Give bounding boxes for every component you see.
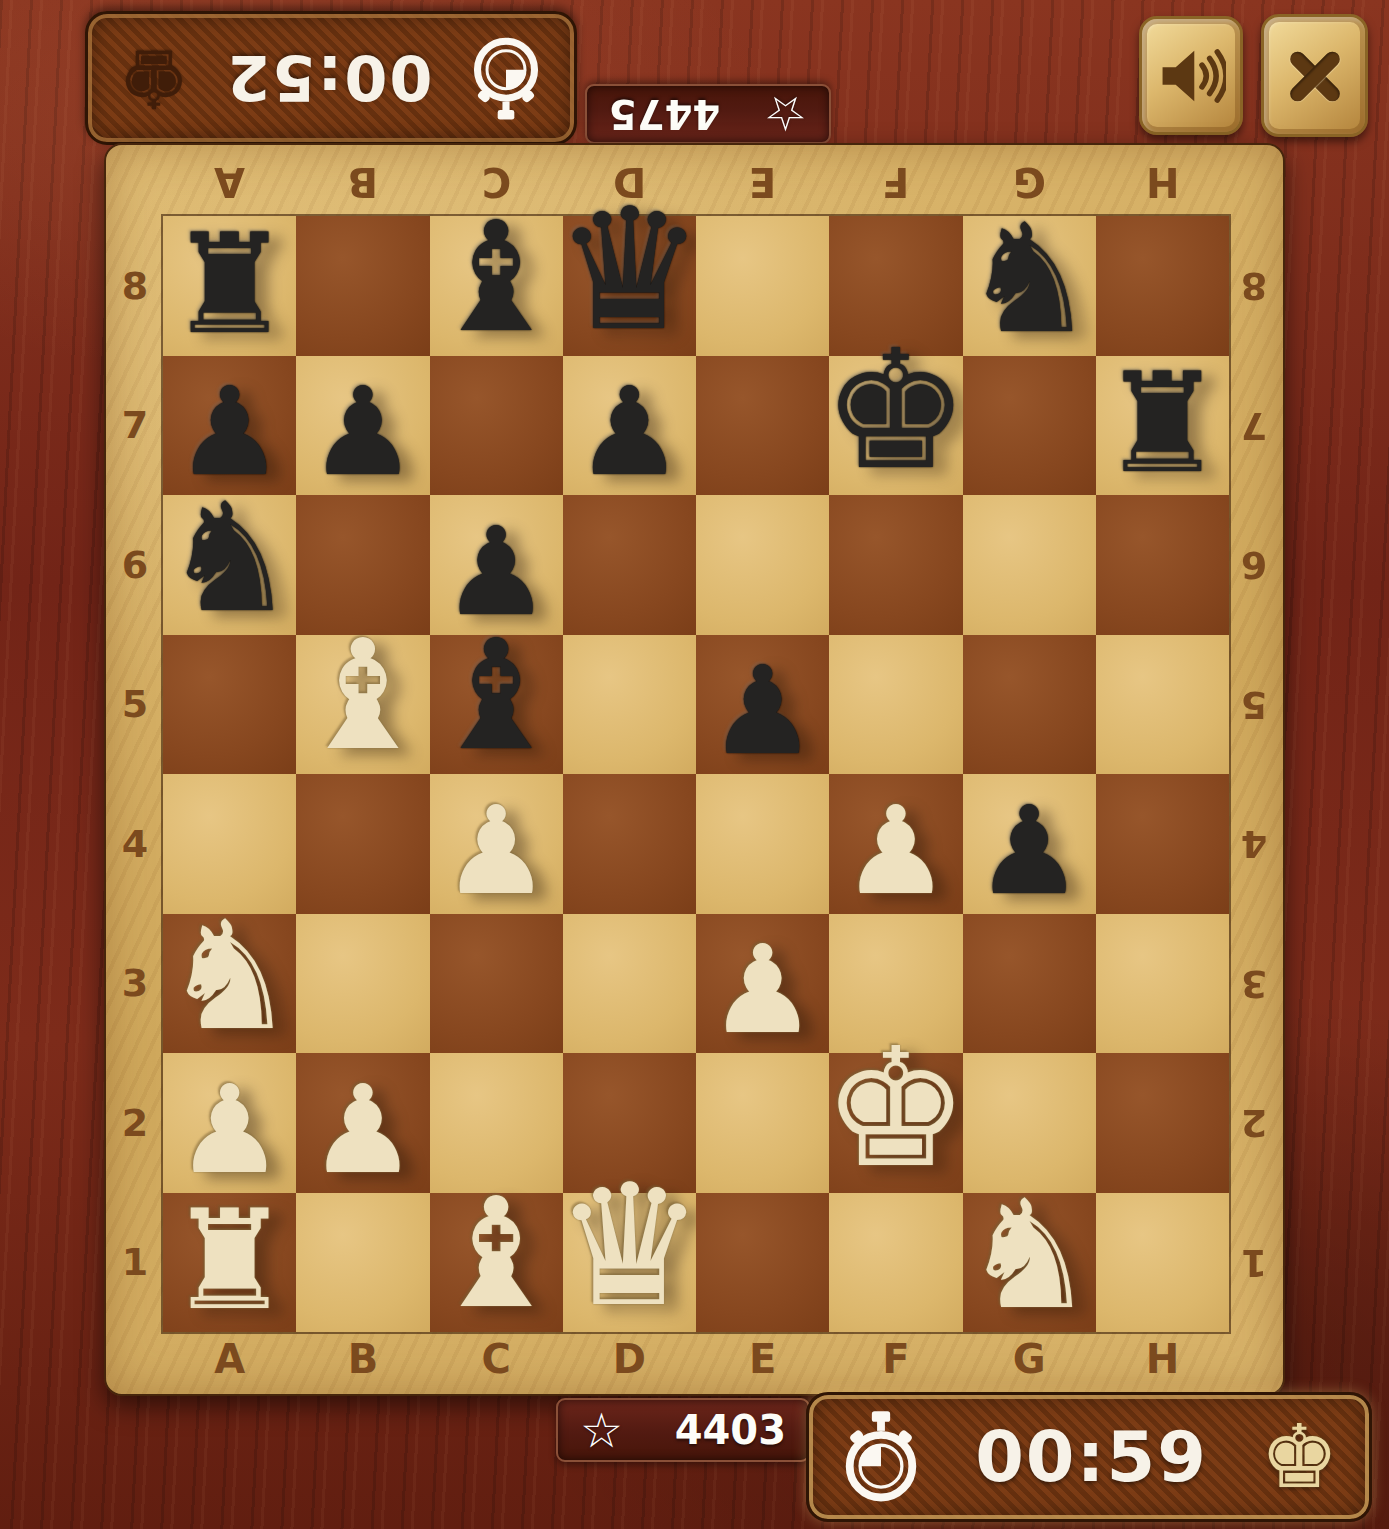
square-f1[interactable] bbox=[829, 1193, 962, 1333]
square-f2[interactable]: ♚ bbox=[829, 1053, 962, 1193]
square-h3[interactable] bbox=[1096, 914, 1229, 1054]
square-f4[interactable]: ♟ bbox=[829, 774, 962, 914]
piece-black-bishop[interactable]: ♝ bbox=[428, 620, 564, 772]
black-king-icon: ♚ bbox=[118, 38, 190, 118]
ranks-right: 87654321 bbox=[1232, 216, 1276, 1332]
square-b7[interactable]: ♟ bbox=[296, 356, 429, 496]
square-g7[interactable] bbox=[963, 356, 1096, 496]
piece-white-knight[interactable]: ♞ bbox=[962, 1180, 1096, 1330]
piece-black-pawn[interactable]: ♟ bbox=[308, 371, 417, 493]
piece-white-knight[interactable]: ♞ bbox=[162, 901, 296, 1051]
coord-label: 7 bbox=[113, 356, 157, 496]
piece-black-knight[interactable]: ♞ bbox=[162, 483, 296, 633]
square-h5[interactable] bbox=[1096, 635, 1229, 775]
coord-label: E bbox=[696, 1336, 829, 1382]
chess-board: ABCDEFGH ABCDEFGH 87654321 87654321 ♜♝♛♞… bbox=[104, 143, 1285, 1396]
white-king-icon: ♚ bbox=[1260, 1413, 1339, 1501]
coord-label: 5 bbox=[1232, 635, 1276, 775]
square-c7[interactable] bbox=[430, 356, 563, 496]
piece-black-rook[interactable]: ♜ bbox=[1101, 355, 1225, 493]
piece-black-rook[interactable]: ♜ bbox=[168, 216, 292, 354]
square-b2[interactable]: ♟ bbox=[296, 1053, 429, 1193]
piece-black-pawn[interactable]: ♟ bbox=[708, 650, 817, 772]
square-c4[interactable]: ♟ bbox=[430, 774, 563, 914]
chess-app-screen: { "game": "chess", "position": { "fen": … bbox=[0, 0, 1389, 1529]
piece-white-queen[interactable]: ♛ bbox=[554, 1162, 705, 1330]
coord-label: 4 bbox=[1232, 774, 1276, 914]
square-g1[interactable]: ♞ bbox=[963, 1193, 1096, 1333]
square-b8[interactable] bbox=[296, 216, 429, 356]
square-h6[interactable] bbox=[1096, 495, 1229, 635]
black-timer: 00:52 bbox=[225, 42, 432, 115]
square-c5[interactable]: ♝ bbox=[430, 635, 563, 775]
square-a1[interactable]: ♜ bbox=[163, 1193, 296, 1333]
coord-label: 2 bbox=[113, 1053, 157, 1193]
piece-white-bishop[interactable]: ♝ bbox=[428, 1178, 564, 1330]
coord-label: 5 bbox=[113, 635, 157, 775]
square-g6[interactable] bbox=[963, 495, 1096, 635]
coord-label: G bbox=[963, 1336, 1096, 1382]
coord-label: 6 bbox=[1232, 495, 1276, 635]
square-d4[interactable] bbox=[563, 774, 696, 914]
coord-label: 3 bbox=[1232, 914, 1276, 1054]
square-e4[interactable] bbox=[696, 774, 829, 914]
square-g4[interactable]: ♟ bbox=[963, 774, 1096, 914]
square-c8[interactable]: ♝ bbox=[430, 216, 563, 356]
square-d3[interactable] bbox=[563, 914, 696, 1054]
star-icon: ☆ bbox=[580, 1406, 623, 1454]
sound-button[interactable] bbox=[1139, 16, 1243, 135]
square-h2[interactable] bbox=[1096, 1053, 1229, 1193]
square-d5[interactable] bbox=[563, 635, 696, 775]
coord-label: A bbox=[163, 159, 296, 205]
coord-label: E bbox=[696, 159, 829, 205]
coord-label: 1 bbox=[1232, 1193, 1276, 1333]
square-b3[interactable] bbox=[296, 914, 429, 1054]
piece-black-queen[interactable]: ♛ bbox=[554, 186, 705, 354]
coord-label: C bbox=[430, 1336, 563, 1382]
black-rating-panel: ☆ 4475 bbox=[585, 84, 831, 144]
square-d1[interactable]: ♛ bbox=[563, 1193, 696, 1333]
square-g5[interactable] bbox=[963, 635, 1096, 775]
square-g8[interactable]: ♞ bbox=[963, 216, 1096, 356]
coord-label: 8 bbox=[1232, 216, 1276, 356]
piece-white-pawn[interactable]: ♟ bbox=[708, 929, 817, 1051]
square-c1[interactable]: ♝ bbox=[430, 1193, 563, 1333]
piece-black-pawn[interactable]: ♟ bbox=[575, 371, 684, 493]
piece-black-king[interactable]: ♚ bbox=[822, 329, 969, 493]
piece-black-knight[interactable]: ♞ bbox=[962, 204, 1096, 354]
piece-white-rook[interactable]: ♜ bbox=[168, 1192, 292, 1330]
coord-label: B bbox=[296, 1336, 429, 1382]
piece-white-pawn[interactable]: ♟ bbox=[441, 790, 550, 912]
square-b4[interactable] bbox=[296, 774, 429, 914]
coord-label: 3 bbox=[113, 914, 157, 1054]
close-x-icon bbox=[1282, 43, 1348, 109]
square-f5[interactable] bbox=[829, 635, 962, 775]
square-d6[interactable] bbox=[563, 495, 696, 635]
coord-label: B bbox=[296, 159, 429, 205]
square-g3[interactable] bbox=[963, 914, 1096, 1054]
coord-label: 7 bbox=[1232, 356, 1276, 496]
square-a8[interactable]: ♜ bbox=[163, 216, 296, 356]
square-e1[interactable] bbox=[696, 1193, 829, 1333]
coord-label: 2 bbox=[1232, 1053, 1276, 1193]
white-timer: 00:59 bbox=[975, 1416, 1208, 1498]
black-rating: 4475 bbox=[609, 91, 720, 137]
piece-white-king[interactable]: ♚ bbox=[822, 1027, 969, 1191]
stopwatch-icon bbox=[839, 1410, 923, 1504]
square-b1[interactable] bbox=[296, 1193, 429, 1333]
coord-label: 8 bbox=[113, 216, 157, 356]
coord-label: 6 bbox=[113, 495, 157, 635]
square-e3[interactable]: ♟ bbox=[696, 914, 829, 1054]
square-d7[interactable]: ♟ bbox=[563, 356, 696, 496]
piece-white-bishop[interactable]: ♝ bbox=[295, 620, 431, 772]
coord-label: 1 bbox=[113, 1193, 157, 1333]
coord-label: F bbox=[829, 1336, 962, 1382]
stopwatch-icon bbox=[468, 35, 544, 121]
close-button[interactable] bbox=[1261, 14, 1368, 137]
star-icon: ☆ bbox=[764, 90, 807, 138]
square-h8[interactable] bbox=[1096, 216, 1229, 356]
white-clock-panel: 00:59 ♚ bbox=[806, 1392, 1372, 1522]
coord-label: H bbox=[1096, 159, 1229, 205]
piece-white-pawn[interactable]: ♟ bbox=[308, 1069, 417, 1191]
square-a3[interactable]: ♞ bbox=[163, 914, 296, 1054]
black-clock-panel: 00:52 ♚ bbox=[85, 11, 577, 145]
board-grid: ♜♝♛♞♟♟♟♚♜♞♟♝♝♟♟♟♟♞♟♟♟♚♜♝♛♞ bbox=[163, 216, 1229, 1332]
square-b5[interactable]: ♝ bbox=[296, 635, 429, 775]
square-a6[interactable]: ♞ bbox=[163, 495, 296, 635]
coord-label: F bbox=[829, 159, 962, 205]
speaker-icon bbox=[1156, 41, 1226, 111]
square-c3[interactable] bbox=[430, 914, 563, 1054]
piece-black-bishop[interactable]: ♝ bbox=[428, 202, 564, 354]
coord-label: A bbox=[163, 1336, 296, 1382]
coord-label: H bbox=[1096, 1336, 1229, 1382]
square-f7[interactable]: ♚ bbox=[829, 356, 962, 496]
square-e6[interactable] bbox=[696, 495, 829, 635]
square-f6[interactable] bbox=[829, 495, 962, 635]
piece-white-pawn[interactable]: ♟ bbox=[175, 1069, 284, 1191]
piece-white-pawn[interactable]: ♟ bbox=[841, 790, 950, 912]
square-e7[interactable] bbox=[696, 356, 829, 496]
square-e5[interactable]: ♟ bbox=[696, 635, 829, 775]
square-h1[interactable] bbox=[1096, 1193, 1229, 1333]
square-e2[interactable] bbox=[696, 1053, 829, 1193]
square-a5[interactable] bbox=[163, 635, 296, 775]
white-rating: 4403 bbox=[675, 1407, 786, 1453]
square-a2[interactable]: ♟ bbox=[163, 1053, 296, 1193]
coord-label: 4 bbox=[113, 774, 157, 914]
square-h7[interactable]: ♜ bbox=[1096, 356, 1229, 496]
piece-black-pawn[interactable]: ♟ bbox=[974, 790, 1083, 912]
square-d8[interactable]: ♛ bbox=[563, 216, 696, 356]
ranks-left: 87654321 bbox=[113, 216, 157, 1332]
square-e8[interactable] bbox=[696, 216, 829, 356]
square-h4[interactable] bbox=[1096, 774, 1229, 914]
white-rating-panel: ☆ 4403 bbox=[556, 1398, 810, 1462]
